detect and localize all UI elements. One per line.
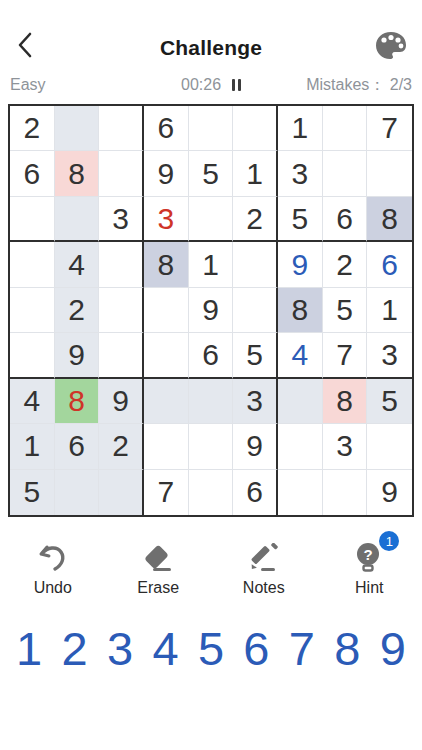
hint-button[interactable]: ? 1 Hint xyxy=(317,539,422,597)
cell-r3c6[interactable]: 2 xyxy=(233,197,278,242)
cell-r6c9[interactable]: 3 xyxy=(367,333,412,378)
cell-r2c3[interactable] xyxy=(99,151,144,196)
cell-r2c4[interactable]: 9 xyxy=(144,151,189,196)
cell-r7c9[interactable]: 5 xyxy=(367,379,412,424)
cell-r3c2[interactable] xyxy=(55,197,100,242)
cell-r6c8[interactable]: 7 xyxy=(323,333,368,378)
cell-r9c9[interactable]: 9 xyxy=(367,470,412,515)
cell-r1c6[interactable] xyxy=(233,106,278,151)
cell-r2c5[interactable]: 5 xyxy=(189,151,234,196)
cell-r6c1[interactable] xyxy=(10,333,55,378)
undo-button[interactable]: Undo xyxy=(0,539,106,597)
cell-r8c1[interactable]: 1 xyxy=(10,424,55,469)
hint-count-badge: 1 xyxy=(379,531,399,551)
pause-button[interactable] xyxy=(229,79,241,91)
palette-icon xyxy=(374,48,408,65)
cell-r2c6[interactable]: 1 xyxy=(233,151,278,196)
numpad-digit-6[interactable]: 6 xyxy=(243,623,269,675)
cell-r9c7[interactable] xyxy=(278,470,323,515)
undo-icon xyxy=(37,539,69,573)
cell-r5c5[interactable]: 9 xyxy=(189,288,234,333)
cell-r4c6[interactable] xyxy=(233,242,278,287)
cell-r9c2[interactable] xyxy=(55,470,100,515)
cell-r2c1[interactable]: 6 xyxy=(10,151,55,196)
cell-r3c3[interactable]: 3 xyxy=(99,197,144,242)
undo-label: Undo xyxy=(34,579,72,597)
timer-value: 00:26 xyxy=(181,76,221,94)
cell-r5c4[interactable] xyxy=(144,288,189,333)
cell-r9c1[interactable]: 5 xyxy=(10,470,55,515)
cell-r9c3[interactable] xyxy=(99,470,144,515)
cell-r1c8[interactable] xyxy=(323,106,368,151)
mistakes-counter: Mistakes： 2/3 xyxy=(241,75,412,96)
number-pad: 123456789 xyxy=(0,623,422,675)
hint-bulb-icon: ? 1 xyxy=(353,539,385,573)
cell-r8c2[interactable]: 6 xyxy=(55,424,100,469)
cell-r9c8[interactable] xyxy=(323,470,368,515)
cell-r4c4[interactable]: 8 xyxy=(144,242,189,287)
cell-r4c5[interactable]: 1 xyxy=(189,242,234,287)
cell-r6c2[interactable]: 9 xyxy=(55,333,100,378)
cell-r8c6[interactable]: 9 xyxy=(233,424,278,469)
cell-r9c4[interactable]: 7 xyxy=(144,470,189,515)
cell-r7c2[interactable]: 8 xyxy=(55,379,100,424)
numpad-digit-1[interactable]: 1 xyxy=(16,623,42,675)
cell-r8c8[interactable]: 3 xyxy=(323,424,368,469)
hint-label: Hint xyxy=(355,579,383,597)
cell-r2c7[interactable]: 3 xyxy=(278,151,323,196)
cell-r4c7[interactable]: 9 xyxy=(278,242,323,287)
cell-r4c8[interactable]: 2 xyxy=(323,242,368,287)
cell-r6c6[interactable]: 5 xyxy=(233,333,278,378)
cell-r1c2[interactable] xyxy=(55,106,100,151)
theme-button[interactable] xyxy=(374,30,408,62)
cell-r4c2[interactable]: 4 xyxy=(55,242,100,287)
numpad-digit-2[interactable]: 2 xyxy=(61,623,87,675)
cell-r3c9[interactable]: 8 xyxy=(367,197,412,242)
cell-r8c5[interactable] xyxy=(189,424,234,469)
pencil-icon xyxy=(247,539,281,573)
cell-r5c2[interactable]: 2 xyxy=(55,288,100,333)
cell-r8c4[interactable] xyxy=(144,424,189,469)
eraser-icon xyxy=(141,539,175,573)
cell-r3c1[interactable] xyxy=(10,197,55,242)
header: Challenge xyxy=(0,0,422,64)
cell-r7c8[interactable]: 8 xyxy=(323,379,368,424)
cell-r5c9[interactable]: 1 xyxy=(367,288,412,333)
sudoku-board: 2617689513332568481926298519654734893851… xyxy=(8,104,414,517)
toolbar: Undo Erase Notes ? 1 xyxy=(0,539,422,597)
cell-r7c6[interactable]: 3 xyxy=(233,379,278,424)
cell-r1c5[interactable] xyxy=(189,106,234,151)
cell-r5c3[interactable] xyxy=(99,288,144,333)
numpad-digit-4[interactable]: 4 xyxy=(152,623,178,675)
status-bar: Easy 00:26 Mistakes： 2/3 xyxy=(0,72,422,98)
notes-button[interactable]: Notes xyxy=(211,539,317,597)
cell-r4c1[interactable] xyxy=(10,242,55,287)
cell-r1c7[interactable]: 1 xyxy=(278,106,323,151)
cell-r1c3[interactable] xyxy=(99,106,144,151)
erase-button[interactable]: Erase xyxy=(106,539,212,597)
numpad-digit-5[interactable]: 5 xyxy=(198,623,224,675)
cell-r7c7[interactable] xyxy=(278,379,323,424)
cell-r6c3[interactable] xyxy=(99,333,144,378)
cell-r2c2[interactable]: 8 xyxy=(55,151,100,196)
numpad-digit-9[interactable]: 9 xyxy=(380,623,406,675)
cell-r5c7[interactable]: 8 xyxy=(278,288,323,333)
cell-r6c5[interactable]: 6 xyxy=(189,333,234,378)
cell-r7c4[interactable] xyxy=(144,379,189,424)
cell-r3c8[interactable]: 6 xyxy=(323,197,368,242)
difficulty-label: Easy xyxy=(10,76,181,94)
cell-r1c9[interactable]: 7 xyxy=(367,106,412,151)
cell-r5c6[interactable] xyxy=(233,288,278,333)
erase-label: Erase xyxy=(137,579,179,597)
cell-r4c9[interactable]: 6 xyxy=(367,242,412,287)
cell-r3c5[interactable] xyxy=(189,197,234,242)
svg-text:?: ? xyxy=(364,546,373,563)
numpad-digit-3[interactable]: 3 xyxy=(107,623,133,675)
cell-r8c7[interactable] xyxy=(278,424,323,469)
cell-r9c5[interactable] xyxy=(189,470,234,515)
cell-r3c7[interactable]: 5 xyxy=(278,197,323,242)
cell-r7c1[interactable]: 4 xyxy=(10,379,55,424)
cell-r7c3[interactable]: 9 xyxy=(99,379,144,424)
cell-r4c3[interactable] xyxy=(99,242,144,287)
cell-r6c4[interactable] xyxy=(144,333,189,378)
page-title: Challenge xyxy=(0,36,422,60)
numpad-digit-8[interactable]: 8 xyxy=(334,623,360,675)
cell-r1c4[interactable]: 6 xyxy=(144,106,189,151)
cell-r5c8[interactable]: 5 xyxy=(323,288,368,333)
hint-label-notes: Notes xyxy=(243,579,285,597)
cell-r6c7[interactable]: 4 xyxy=(278,333,323,378)
cell-r5c1[interactable] xyxy=(10,288,55,333)
cell-r1c1[interactable]: 2 xyxy=(10,106,55,151)
cell-r9c6[interactable]: 6 xyxy=(233,470,278,515)
cell-r8c3[interactable]: 2 xyxy=(99,424,144,469)
cell-r2c8[interactable] xyxy=(323,151,368,196)
cell-r8c9[interactable] xyxy=(367,424,412,469)
cell-r7c5[interactable] xyxy=(189,379,234,424)
numpad-digit-7[interactable]: 7 xyxy=(289,623,315,675)
cell-r3c4[interactable]: 3 xyxy=(144,197,189,242)
cell-r2c9[interactable] xyxy=(367,151,412,196)
